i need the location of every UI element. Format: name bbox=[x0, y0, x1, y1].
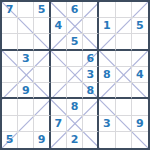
cell-r9c8[interactable] bbox=[116, 132, 132, 148]
cell-r5c5[interactable] bbox=[67, 67, 83, 83]
cell-r3c1[interactable] bbox=[2, 34, 18, 50]
cell-r6c4[interactable] bbox=[51, 83, 67, 99]
cell-r4c1[interactable] bbox=[2, 51, 18, 67]
cell-r9c1[interactable]: 5 bbox=[2, 132, 18, 148]
cell-r3c8[interactable] bbox=[116, 34, 132, 50]
cell-r9c3[interactable]: 9 bbox=[34, 132, 50, 148]
cell-r2c3[interactable] bbox=[34, 18, 50, 34]
cell-r9c2[interactable] bbox=[18, 132, 34, 148]
cell-r5c4[interactable] bbox=[51, 67, 67, 83]
cell-r5c7[interactable]: 8 bbox=[99, 67, 115, 83]
sudoku-grid: 756415536384988739592 bbox=[2, 2, 148, 148]
cell-r8c8[interactable] bbox=[116, 116, 132, 132]
cell-r7c6[interactable] bbox=[83, 99, 99, 115]
cell-r3c2[interactable] bbox=[18, 34, 34, 50]
cell-r3c9[interactable] bbox=[132, 34, 148, 50]
cell-r6c9[interactable] bbox=[132, 83, 148, 99]
cell-r8c5[interactable] bbox=[67, 116, 83, 132]
cell-r4c6[interactable]: 6 bbox=[83, 51, 99, 67]
cell-r8c7[interactable]: 3 bbox=[99, 116, 115, 132]
cell-r3c7[interactable] bbox=[99, 34, 115, 50]
cell-r1c1[interactable]: 7 bbox=[2, 2, 18, 18]
cell-r9c6[interactable] bbox=[83, 132, 99, 148]
cell-r5c9[interactable]: 4 bbox=[132, 67, 148, 83]
cell-r7c7[interactable] bbox=[99, 99, 115, 115]
cell-r5c2[interactable] bbox=[18, 67, 34, 83]
cell-r2c7[interactable]: 1 bbox=[99, 18, 115, 34]
cell-r1c3[interactable]: 5 bbox=[34, 2, 50, 18]
cell-r6c2[interactable]: 9 bbox=[18, 83, 34, 99]
cell-r3c6[interactable] bbox=[83, 34, 99, 50]
sudoku-board: 756415536384988739592 bbox=[0, 0, 150, 150]
cell-r9c4[interactable] bbox=[51, 132, 67, 148]
cell-r7c8[interactable] bbox=[116, 99, 132, 115]
cell-r7c9[interactable] bbox=[132, 99, 148, 115]
cell-r4c4[interactable] bbox=[51, 51, 67, 67]
cell-r7c3[interactable] bbox=[34, 99, 50, 115]
cell-r6c5[interactable] bbox=[67, 83, 83, 99]
cell-r2c6[interactable] bbox=[83, 18, 99, 34]
cell-r9c5[interactable]: 2 bbox=[67, 132, 83, 148]
cell-r5c8[interactable] bbox=[116, 67, 132, 83]
cell-r6c3[interactable] bbox=[34, 83, 50, 99]
cell-r1c7[interactable] bbox=[99, 2, 115, 18]
cell-r1c4[interactable] bbox=[51, 2, 67, 18]
cell-r9c9[interactable] bbox=[132, 132, 148, 148]
cell-r1c9[interactable] bbox=[132, 2, 148, 18]
cell-r3c4[interactable] bbox=[51, 34, 67, 50]
cell-r7c5[interactable]: 8 bbox=[67, 99, 83, 115]
cell-r3c3[interactable] bbox=[34, 34, 50, 50]
cell-r2c1[interactable] bbox=[2, 18, 18, 34]
cell-r3c5[interactable]: 5 bbox=[67, 34, 83, 50]
cell-r4c3[interactable] bbox=[34, 51, 50, 67]
cell-r4c2[interactable]: 3 bbox=[18, 51, 34, 67]
cell-r1c8[interactable] bbox=[116, 2, 132, 18]
cell-r7c1[interactable] bbox=[2, 99, 18, 115]
cell-r9c7[interactable] bbox=[99, 132, 115, 148]
cell-r6c1[interactable] bbox=[2, 83, 18, 99]
cell-r8c4[interactable]: 7 bbox=[51, 116, 67, 132]
cell-r2c4[interactable]: 4 bbox=[51, 18, 67, 34]
cell-r6c8[interactable] bbox=[116, 83, 132, 99]
cell-r1c5[interactable]: 6 bbox=[67, 2, 83, 18]
cell-r4c5[interactable] bbox=[67, 51, 83, 67]
cell-r7c4[interactable] bbox=[51, 99, 67, 115]
cell-r1c6[interactable] bbox=[83, 2, 99, 18]
cell-r8c6[interactable] bbox=[83, 116, 99, 132]
cell-r8c3[interactable] bbox=[34, 116, 50, 132]
cell-r2c5[interactable] bbox=[67, 18, 83, 34]
cell-r6c7[interactable] bbox=[99, 83, 115, 99]
cell-r2c9[interactable]: 5 bbox=[132, 18, 148, 34]
cell-r5c6[interactable]: 3 bbox=[83, 67, 99, 83]
cell-r4c9[interactable] bbox=[132, 51, 148, 67]
cell-r8c1[interactable] bbox=[2, 116, 18, 132]
cell-r8c2[interactable] bbox=[18, 116, 34, 132]
cell-r4c8[interactable] bbox=[116, 51, 132, 67]
cell-r1c2[interactable] bbox=[18, 2, 34, 18]
cell-r5c3[interactable] bbox=[34, 67, 50, 83]
cell-r2c8[interactable] bbox=[116, 18, 132, 34]
cell-r7c2[interactable] bbox=[18, 99, 34, 115]
cell-r5c1[interactable] bbox=[2, 67, 18, 83]
cell-r6c6[interactable]: 8 bbox=[83, 83, 99, 99]
cell-r8c9[interactable]: 9 bbox=[132, 116, 148, 132]
cell-r2c2[interactable] bbox=[18, 18, 34, 34]
cell-r4c7[interactable] bbox=[99, 51, 115, 67]
